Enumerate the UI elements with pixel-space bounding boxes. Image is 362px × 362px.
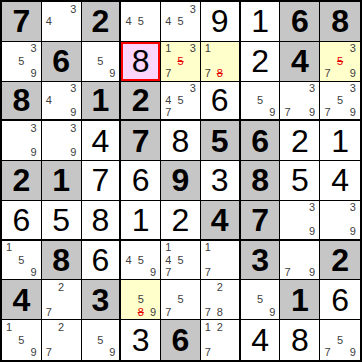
cell-r5c3[interactable]: 7 [82,161,122,201]
pencil-mark-2: 2 [55,281,67,293]
cell-value: 6 [52,45,70,77]
cell-value: 8 [52,244,70,276]
pencil-marks: 1357 [162,43,199,80]
cell-r2c2[interactable]: 6 [42,42,82,82]
pencil-mark-9: 9 [106,67,118,79]
cell-r9c7[interactable]: 4 [241,320,281,360]
cell-r2c6[interactable]: 178 [201,42,241,82]
cell-value: 6 [172,324,190,356]
cell-r1c4[interactable]: 45 [121,2,161,42]
pencil-mark-5: 5 [174,55,186,67]
pencil-mark-7: 7 [321,106,334,118]
cell-r7c8[interactable]: 79 [280,241,320,281]
cell-r3c5[interactable]: 3457 [161,82,201,122]
pencil-mark-5: 5 [174,294,186,306]
pencil-mark-3: 3 [306,83,318,95]
pencil-mark-7: 7 [321,346,334,359]
pencil-mark-5: 5 [174,15,186,27]
cell-r8c1[interactable]: 4 [2,280,42,320]
cell-value: 4 [291,45,309,77]
cell-r9c9[interactable]: 579 [320,320,360,360]
cell-value: 1 [291,284,309,316]
pencil-marks: 59 [83,43,119,80]
cell-r2c4[interactable]: 8 [121,42,161,82]
cell-r4c6[interactable]: 5 [201,121,241,161]
pencil-mark-1: 1 [202,321,214,334]
pencil-marks: 27 [43,321,80,359]
cell-value: 2 [172,204,190,236]
cell-r3c4[interactable]: 2 [121,82,161,122]
pencil-mark-5: 5 [334,55,347,67]
cell-value: 6 [291,5,309,37]
pencil-mark-1: 1 [202,242,214,254]
cell-r7c9[interactable]: 2 [320,241,360,281]
cell-r1c2[interactable]: 34 [42,2,82,42]
pencil-marks: 39 [281,202,318,238]
cell-r6c4[interactable]: 1 [121,201,161,241]
pencil-mark-1: 1 [3,242,15,254]
pencil-mark-4: 4 [43,15,55,27]
cell-r8c2[interactable]: 27 [42,280,82,320]
cell-r1c5[interactable]: 345 [161,2,201,42]
cell-value: 3 [211,164,229,196]
pencil-marks: 3579 [321,43,359,80]
pencil-mark-9: 9 [346,67,359,79]
pencil-mark-7: 7 [162,266,174,278]
cell-value: 9 [211,5,229,37]
cell-value: 4 [12,284,30,316]
cell-r7c4[interactable]: 459 [121,241,161,281]
cell-r6c8[interactable]: 39 [280,201,320,241]
pencil-mark-7: 7 [162,106,174,118]
pencil-mark-7: 7 [202,266,214,278]
pencil-marks: 278 [202,281,238,318]
cell-value: 8 [132,45,150,77]
cell-r1c7[interactable]: 1 [241,2,281,42]
pencil-marks: 17 [202,242,238,279]
cell-r3c6[interactable]: 6 [201,82,241,122]
pencil-mark-5: 5 [94,334,106,347]
pencil-mark-1: 1 [162,242,174,254]
cell-r3c1[interactable]: 8 [2,82,42,122]
pencil-mark-9: 9 [147,306,159,318]
pencil-mark-5: 5 [15,254,27,266]
pencil-mark-1: 1 [202,43,214,55]
cell-r5c2[interactable]: 1 [42,161,82,201]
cell-r7c5[interactable]: 1457 [161,241,201,281]
pencil-mark-7: 7 [202,346,214,359]
pencil-marks: 59 [83,321,119,359]
pencil-mark-7: 7 [321,67,334,79]
cell-r5c5[interactable]: 9 [161,161,201,201]
cell-r7c6[interactable]: 17 [201,241,241,281]
cell-r7c2[interactable]: 8 [42,241,82,281]
cell-r5c6[interactable]: 3 [201,161,241,201]
pencil-mark-3: 3 [67,3,79,15]
pencil-mark-9: 9 [306,226,318,238]
pencil-mark-9: 9 [266,306,278,318]
pencil-marks: 34 [43,3,80,40]
pencil-mark-3: 3 [28,122,40,134]
pencil-marks: 39 [43,122,80,159]
pencil-marks: 1457 [162,242,199,279]
cell-value: 1 [52,164,70,196]
cell-value: 6 [92,244,110,276]
pencil-mark-9: 9 [28,147,40,159]
cell-r8c3[interactable]: 3 [82,280,122,320]
pencil-marks: 3579 [321,83,359,119]
cell-value: 8 [251,164,269,196]
cell-r3c2[interactable]: 349 [42,82,82,122]
pencil-marks: 159 [3,242,40,279]
cell-r9c1[interactable]: 159 [2,320,42,360]
pencil-marks: 3457 [162,83,199,119]
pencil-mark-4: 4 [162,94,174,106]
pencil-mark-7: 7 [202,306,214,318]
pencil-marks: 39 [321,202,359,238]
pencil-mark-2: 2 [214,321,226,334]
cell-value: 4 [92,125,110,157]
pencil-mark-9: 9 [28,266,40,278]
cell-r4c7[interactable]: 6 [241,121,281,161]
pencil-mark-4: 4 [162,15,174,27]
pencil-mark-1: 1 [3,321,15,334]
pencil-mark-9: 9 [28,346,40,359]
cell-value: 5 [291,164,309,196]
pencil-marks: 127 [202,321,238,359]
pencil-mark-9: 9 [346,106,359,118]
pencil-mark-5: 5 [135,294,147,306]
cell-value: 8 [172,125,190,157]
cell-r7c1[interactable]: 159 [2,241,42,281]
pencil-mark-9: 9 [106,346,118,359]
pencil-mark-5: 5 [254,94,266,106]
cell-r6c9[interactable]: 39 [320,201,360,241]
cell-r1c9[interactable]: 8 [320,2,360,42]
pencil-mark-3: 3 [67,122,79,134]
pencil-mark-3: 3 [187,43,199,55]
pencil-mark-4: 4 [122,254,134,266]
pencil-marks: 59 [242,83,279,119]
cell-value: 2 [132,84,150,116]
cell-r1c6[interactable]: 9 [201,2,241,42]
cell-r6c3[interactable]: 8 [82,201,122,241]
pencil-mark-5: 5 [254,294,266,306]
cell-r3c8[interactable]: 379 [280,82,320,122]
pencil-mark-5: 5 [334,94,347,106]
pencil-mark-3: 3 [346,83,359,95]
cell-r9c8[interactable]: 8 [280,320,320,360]
pencil-marks: 459 [122,242,159,279]
pencil-mark-3: 3 [346,202,359,214]
cell-value: 6 [331,284,349,316]
cell-value: 3 [132,324,150,356]
cell-value: 3 [251,244,269,276]
pencil-mark-8: 8 [214,306,226,318]
cell-r8c7[interactable]: 59 [241,280,281,320]
pencil-mark-5: 5 [174,254,186,266]
cell-r2c5[interactable]: 1357 [161,42,201,82]
pencil-mark-9: 9 [306,106,318,118]
cell-r5c9[interactable]: 4 [320,161,360,201]
pencil-mark-3: 3 [67,83,79,95]
cell-value: 5 [211,125,229,157]
cell-r8c4[interactable]: 589 [121,280,161,320]
cell-r6c2[interactable]: 5 [42,201,82,241]
cell-r6c5[interactable]: 2 [161,201,201,241]
cell-r4c1[interactable]: 39 [2,121,42,161]
cell-value: 8 [291,324,309,356]
cell-r4c3[interactable]: 4 [82,121,122,161]
pencil-mark-9: 9 [67,147,79,159]
pencil-mark-4: 4 [43,94,55,106]
cell-r9c2[interactable]: 27 [42,320,82,360]
cell-r9c4[interactable]: 3 [121,320,161,360]
cell-value: 8 [92,204,110,236]
cell-r8c5[interactable]: 57 [161,280,201,320]
pencil-mark-3: 3 [346,43,359,55]
pencil-mark-7: 7 [202,67,214,79]
pencil-marks: 45 [122,3,159,40]
pencil-marks: 57 [162,281,199,318]
pencil-mark-7: 7 [281,106,293,118]
pencil-mark-5: 5 [94,55,106,67]
cell-r3c9[interactable]: 3579 [320,82,360,122]
cell-value: 8 [331,5,349,37]
cell-r5c1[interactable]: 2 [2,161,42,201]
cell-value: 4 [251,324,269,356]
pencil-marks: 59 [242,281,279,318]
pencil-mark-9: 9 [346,226,359,238]
pencil-marks: 27 [43,281,80,318]
cell-r4c8[interactable]: 2 [280,121,320,161]
cell-r2c9[interactable]: 3579 [320,42,360,82]
pencil-mark-9: 9 [28,67,40,79]
cell-value: 6 [251,125,269,157]
cell-value: 6 [132,164,150,196]
pencil-mark-8: 8 [135,306,147,318]
cell-value: 8 [12,84,30,116]
pencil-marks: 349 [43,83,80,119]
pencil-mark-5: 5 [135,254,147,266]
cell-r2c7[interactable]: 2 [241,42,281,82]
pencil-marks: 159 [3,321,40,359]
pencil-mark-9: 9 [306,266,318,278]
cell-r5c4[interactable]: 6 [121,161,161,201]
pencil-marks: 589 [122,281,159,318]
cell-value: 3 [92,284,110,316]
cell-value: 6 [12,204,30,236]
pencil-mark-5: 5 [15,334,27,347]
cell-value: 1 [92,84,110,116]
pencil-marks: 178 [202,43,238,80]
pencil-marks: 379 [281,83,318,119]
pencil-mark-9: 9 [67,106,79,118]
pencil-mark-3: 3 [187,3,199,15]
cell-r9c6[interactable]: 127 [201,320,241,360]
pencil-mark-7: 7 [43,346,55,359]
cell-value: 2 [12,164,30,196]
pencil-mark-1: 1 [162,43,174,55]
cell-value: 4 [211,204,229,236]
cell-r6c6[interactable]: 4 [201,201,241,241]
cell-value: 2 [251,45,269,77]
cell-value: 1 [331,125,349,157]
pencil-mark-7: 7 [162,306,174,318]
cell-value: 7 [92,164,110,196]
cell-r9c3[interactable]: 59 [82,320,122,360]
pencil-marks: 39 [3,122,40,159]
cell-r7c7[interactable]: 3 [241,241,281,281]
pencil-mark-8: 8 [214,67,226,79]
pencil-mark-3: 3 [28,43,40,55]
cell-r1c3[interactable]: 2 [82,2,122,42]
cell-value: 9 [172,164,190,196]
cell-value: 2 [92,5,110,37]
pencil-mark-2: 2 [55,321,67,334]
cell-value: 2 [291,125,309,157]
pencil-marks: 345 [162,3,199,40]
cell-value: 7 [12,5,30,37]
pencil-mark-3: 3 [306,202,318,214]
cell-r3c3[interactable]: 1 [82,82,122,122]
cell-value: 1 [251,5,269,37]
cell-value: 6 [211,84,229,116]
cell-r1c1[interactable]: 7 [2,2,42,42]
cell-value: 1 [132,204,150,236]
pencil-mark-7: 7 [162,67,174,79]
cell-r2c1[interactable]: 359 [2,42,42,82]
cell-r2c8[interactable]: 4 [280,42,320,82]
pencil-mark-5: 5 [334,334,347,347]
cell-r7c3[interactable]: 6 [82,241,122,281]
pencil-mark-4: 4 [122,15,134,27]
cell-r4c2[interactable]: 39 [42,121,82,161]
cell-r3c7[interactable]: 59 [241,82,281,122]
cell-r1c8[interactable]: 6 [280,2,320,42]
cell-r8c6[interactable]: 278 [201,280,241,320]
pencil-marks: 359 [3,43,40,80]
cell-r8c8[interactable]: 1 [280,280,320,320]
cell-r4c4[interactable]: 7 [121,121,161,161]
pencil-marks: 579 [321,321,359,359]
cell-r8c9[interactable]: 6 [320,280,360,320]
pencil-mark-5: 5 [15,55,27,67]
pencil-mark-9: 9 [266,106,278,118]
cell-r6c1[interactable]: 6 [2,201,42,241]
cell-r5c7[interactable]: 8 [241,161,281,201]
cell-value: 2 [331,244,349,276]
pencil-mark-7: 7 [281,266,293,278]
pencil-mark-5: 5 [135,15,147,27]
pencil-mark-9: 9 [147,266,159,278]
cell-r4c5[interactable]: 8 [161,121,201,161]
cell-value: 7 [132,125,150,157]
pencil-mark-7: 7 [43,306,55,318]
cell-r9c5[interactable]: 6 [161,320,201,360]
cell-r6c7[interactable]: 7 [241,201,281,241]
pencil-mark-3: 3 [187,83,199,95]
cell-r4c9[interactable]: 1 [320,121,360,161]
pencil-mark-2: 2 [214,281,226,293]
pencil-mark-9: 9 [346,346,359,359]
pencil-mark-5: 5 [174,94,186,106]
cell-r5c8[interactable]: 5 [280,161,320,201]
cell-value: 5 [52,204,70,236]
cell-r2c3[interactable]: 59 [82,42,122,82]
sudoku-board: 7342453459168359659813571782435798349123… [0,0,362,362]
cell-value: 4 [331,164,349,196]
cell-value: 7 [251,204,269,236]
pencil-mark-4: 4 [162,254,174,266]
pencil-marks: 79 [281,242,318,279]
